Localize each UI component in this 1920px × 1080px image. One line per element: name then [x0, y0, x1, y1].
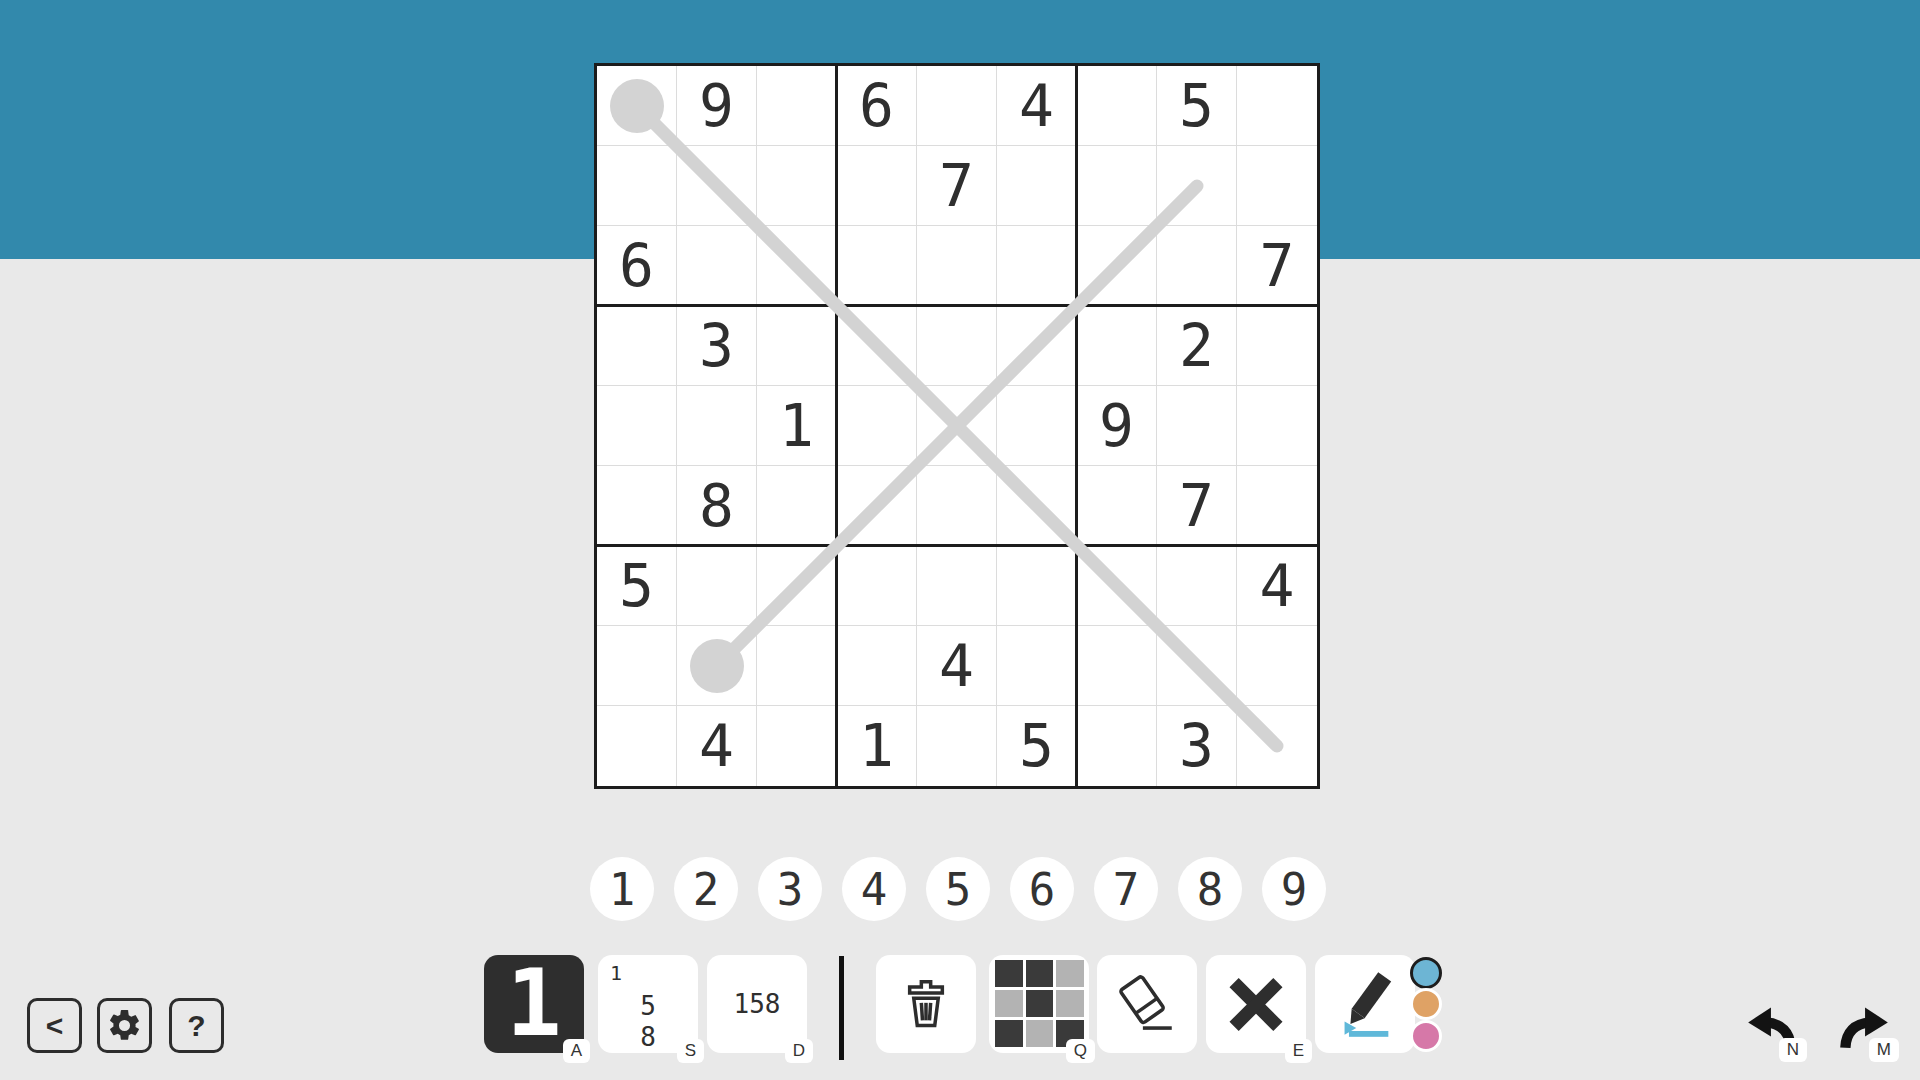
numpad-key-2[interactable]: 2 — [674, 857, 738, 921]
sudoku-board: 96457673219875444153 — [594, 63, 1320, 789]
cell-r3c1[interactable]: 6 — [597, 226, 677, 306]
delete-button[interactable] — [876, 955, 976, 1053]
gear-icon — [100, 1001, 149, 1050]
numpad-key-3[interactable]: 3 — [758, 857, 822, 921]
corner-mark-mode-button[interactable]: 1 5 8 S — [598, 955, 698, 1053]
cell-r4c9[interactable] — [1237, 306, 1317, 386]
cell-r4c4[interactable] — [837, 306, 917, 386]
cell-r6c6[interactable] — [997, 466, 1077, 546]
cell-r2c5[interactable]: 7 — [917, 146, 997, 226]
cell-r9c9[interactable] — [1237, 706, 1317, 786]
cell-r4c7[interactable] — [1077, 306, 1157, 386]
cell-r5c3[interactable]: 1 — [757, 386, 837, 466]
cell-r1c4[interactable]: 6 — [837, 66, 917, 146]
cell-r2c6[interactable] — [997, 146, 1077, 226]
center-mark-mode-button[interactable]: 158 D — [707, 955, 807, 1053]
redo-button[interactable]: M — [1835, 998, 1893, 1052]
cell-r3c2[interactable] — [677, 226, 757, 306]
cell-r5c4[interactable] — [837, 386, 917, 466]
cell-r3c8[interactable] — [1157, 226, 1237, 306]
cell-r6c1[interactable] — [597, 466, 677, 546]
corner-mark-digit: 5 — [598, 991, 698, 1021]
cell-r2c8[interactable] — [1157, 146, 1237, 226]
cell-r8c1[interactable] — [597, 626, 677, 706]
cell-r7c2[interactable] — [677, 546, 757, 626]
cell-r7c8[interactable] — [1157, 546, 1237, 626]
pen-icon — [1315, 955, 1415, 1053]
cell-r3c3[interactable] — [757, 226, 837, 306]
cell-r1c6[interactable]: 4 — [997, 66, 1077, 146]
cell-r8c7[interactable] — [1077, 626, 1157, 706]
sudoku-app-screen: 96457673219875444153 123456789 < ? 1 A 1… — [0, 0, 1920, 1080]
cell-r6c8[interactable]: 7 — [1157, 466, 1237, 546]
back-button[interactable]: < — [27, 998, 82, 1053]
box-line — [1075, 66, 1078, 786]
cell-r6c3[interactable] — [757, 466, 837, 546]
cell-r2c3[interactable] — [757, 146, 837, 226]
eraser-icon — [1097, 955, 1197, 1053]
eraser-button[interactable] — [1097, 955, 1197, 1053]
numpad-key-6[interactable]: 6 — [1010, 857, 1074, 921]
cell-r3c4[interactable] — [837, 226, 917, 306]
color-fill-button[interactable]: Q — [989, 955, 1089, 1053]
cell-r8c2[interactable] — [677, 626, 757, 706]
cell-r5c1[interactable] — [597, 386, 677, 466]
cell-r7c6[interactable] — [997, 546, 1077, 626]
undo-button[interactable]: N — [1743, 998, 1801, 1052]
help-button[interactable]: ? — [169, 998, 224, 1053]
cell-r6c5[interactable] — [917, 466, 997, 546]
cell-r7c3[interactable] — [757, 546, 837, 626]
cell-r8c9[interactable] — [1237, 626, 1317, 706]
cell-r2c4[interactable] — [837, 146, 917, 226]
cell-r6c7[interactable] — [1077, 466, 1157, 546]
cell-r6c2[interactable]: 8 — [677, 466, 757, 546]
numpad-key-1[interactable]: 1 — [590, 857, 654, 921]
cell-r3c7[interactable] — [1077, 226, 1157, 306]
numpad-key-5[interactable]: 5 — [926, 857, 990, 921]
back-chevron-icon: < — [46, 1009, 64, 1043]
cell-r4c3[interactable] — [757, 306, 837, 386]
cell-r9c3[interactable] — [757, 706, 837, 786]
box-line — [835, 66, 838, 786]
shortcut-hint: A — [563, 1039, 590, 1063]
color-dot-1[interactable] — [1410, 957, 1442, 989]
cell-r2c2[interactable] — [677, 146, 757, 226]
cell-r1c3[interactable] — [757, 66, 837, 146]
numpad-key-9[interactable]: 9 — [1262, 857, 1326, 921]
cell-r8c6[interactable] — [997, 626, 1077, 706]
box-line — [597, 544, 1317, 547]
cell-r1c7[interactable] — [1077, 66, 1157, 146]
cell-r1c1[interactable] — [597, 66, 677, 146]
cell-r1c2[interactable]: 9 — [677, 66, 757, 146]
cell-r5c7[interactable]: 9 — [1077, 386, 1157, 466]
cell-r3c5[interactable] — [917, 226, 997, 306]
numpad-key-7[interactable]: 7 — [1094, 857, 1158, 921]
cell-r9c6[interactable]: 5 — [997, 706, 1077, 786]
digit-mode-button[interactable]: 1 A — [484, 955, 584, 1053]
cell-r2c1[interactable] — [597, 146, 677, 226]
cell-r9c5[interactable] — [917, 706, 997, 786]
cell-r1c9[interactable] — [1237, 66, 1317, 146]
cell-r3c6[interactable] — [997, 226, 1077, 306]
question-mark-icon: ? — [187, 1009, 205, 1043]
cell-r8c8[interactable] — [1157, 626, 1237, 706]
cell-r4c2[interactable]: 3 — [677, 306, 757, 386]
cell-r4c5[interactable] — [917, 306, 997, 386]
color-grid-icon — [995, 960, 1084, 1047]
cell-r1c8[interactable]: 5 — [1157, 66, 1237, 146]
cell-r8c5[interactable]: 4 — [917, 626, 997, 706]
cell-r9c2[interactable]: 4 — [677, 706, 757, 786]
pen-button[interactable] — [1315, 955, 1415, 1053]
cell-r9c4[interactable]: 1 — [837, 706, 917, 786]
cell-r5c5[interactable] — [917, 386, 997, 466]
cell-r4c1[interactable] — [597, 306, 677, 386]
cell-r9c7[interactable] — [1077, 706, 1157, 786]
cell-r8c4[interactable] — [837, 626, 917, 706]
shortcut-hint: M — [1869, 1038, 1899, 1062]
cell-r8c3[interactable] — [757, 626, 837, 706]
cell-r9c1[interactable] — [597, 706, 677, 786]
shortcut-hint: Q — [1066, 1039, 1095, 1063]
shortcut-hint: E — [1285, 1039, 1312, 1063]
color-dot-3[interactable] — [1410, 1020, 1442, 1052]
cell-r5c9[interactable] — [1237, 386, 1317, 466]
cross-button[interactable]: E — [1206, 955, 1306, 1053]
numpad-key-8[interactable]: 8 — [1178, 857, 1242, 921]
cell-r1c5[interactable] — [917, 66, 997, 146]
cell-r4c8[interactable]: 2 — [1157, 306, 1237, 386]
trash-icon — [876, 955, 976, 1053]
cell-r2c7[interactable] — [1077, 146, 1157, 226]
cell-r7c4[interactable] — [837, 546, 917, 626]
numpad-key-4[interactable]: 4 — [842, 857, 906, 921]
cell-r6c9[interactable] — [1237, 466, 1317, 546]
shortcut-hint: N — [1779, 1038, 1807, 1062]
cell-r9c8[interactable]: 3 — [1157, 706, 1237, 786]
number-pad: 123456789 — [590, 857, 1326, 921]
cell-r7c7[interactable] — [1077, 546, 1157, 626]
cell-r7c5[interactable] — [917, 546, 997, 626]
shortcut-hint: D — [785, 1039, 813, 1063]
cell-r5c6[interactable] — [997, 386, 1077, 466]
corner-mark-digit: 1 — [610, 961, 622, 985]
sudoku-grid: 96457673219875444153 — [597, 66, 1317, 786]
center-mark-label: 158 — [707, 989, 807, 1019]
cell-r6c4[interactable] — [837, 466, 917, 546]
cell-r4c6[interactable] — [997, 306, 1077, 386]
toolbar-divider — [839, 956, 844, 1060]
cell-r7c9[interactable]: 4 — [1237, 546, 1317, 626]
cell-r7c1[interactable]: 5 — [597, 546, 677, 626]
digit-mode-label: 1 — [506, 955, 561, 1053]
shortcut-hint: S — [677, 1039, 704, 1063]
color-dot-2[interactable] — [1410, 988, 1442, 1020]
cell-r3c9[interactable]: 7 — [1237, 226, 1317, 306]
cell-r5c8[interactable] — [1157, 386, 1237, 466]
settings-button[interactable] — [97, 998, 152, 1053]
cell-r5c2[interactable] — [677, 386, 757, 466]
cell-r2c9[interactable] — [1237, 146, 1317, 226]
box-line — [597, 304, 1317, 307]
